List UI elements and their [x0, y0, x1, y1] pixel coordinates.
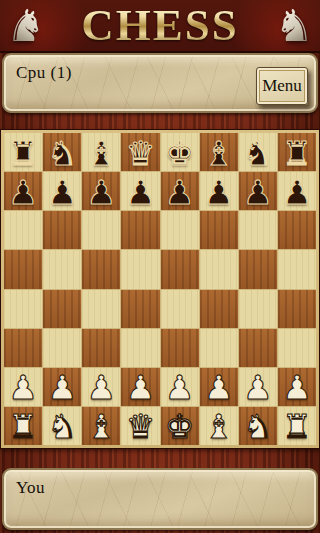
chess-app-screen: ♞ CHESS ♞ Cpu (1) Menu ♜♞♝♛♚♝♞♜♟♟♟♟♟♟♟♟♟…	[0, 0, 320, 533]
square-h1[interactable]: ♜	[278, 407, 316, 445]
black-pawn[interactable]: ♟	[87, 176, 117, 209]
square-f8[interactable]: ♝	[200, 133, 238, 171]
square-a5[interactable]	[4, 250, 42, 288]
black-pawn[interactable]: ♟	[204, 176, 234, 209]
white-queen[interactable]: ♛	[126, 410, 156, 443]
square-e2[interactable]: ♟	[161, 368, 199, 406]
square-a1[interactable]: ♜	[4, 407, 42, 445]
square-c8[interactable]: ♝	[82, 133, 120, 171]
menu-button[interactable]: Menu	[256, 67, 308, 105]
white-rook[interactable]: ♜	[8, 410, 38, 443]
board-grid: ♜♞♝♛♚♝♞♜♟♟♟♟♟♟♟♟♟♟♟♟♟♟♟♟♜♞♝♛♚♝♞♜	[4, 133, 316, 445]
square-d1[interactable]: ♛	[121, 407, 159, 445]
black-pawn[interactable]: ♟	[47, 176, 77, 209]
black-bishop[interactable]: ♝	[87, 137, 117, 170]
opponent-name-label: Cpu (1)	[16, 63, 72, 83]
square-g6[interactable]	[239, 211, 277, 249]
square-d8[interactable]: ♛	[121, 133, 159, 171]
white-knight[interactable]: ♞	[47, 410, 77, 443]
player-name-label: You	[16, 478, 45, 498]
square-g7[interactable]: ♟	[239, 172, 277, 210]
square-g4[interactable]	[239, 290, 277, 328]
black-knight[interactable]: ♞	[243, 137, 273, 170]
square-a6[interactable]	[4, 211, 42, 249]
square-c7[interactable]: ♟	[82, 172, 120, 210]
chess-board: ♜♞♝♛♚♝♞♜♟♟♟♟♟♟♟♟♟♟♟♟♟♟♟♟♜♞♝♛♚♝♞♜	[0, 129, 320, 449]
black-knight[interactable]: ♞	[47, 137, 77, 170]
black-rook[interactable]: ♜	[282, 137, 312, 170]
white-pawn[interactable]: ♟	[243, 371, 273, 404]
square-h7[interactable]: ♟	[278, 172, 316, 210]
white-pawn[interactable]: ♟	[126, 371, 156, 404]
white-pawn[interactable]: ♟	[204, 371, 234, 404]
square-e5[interactable]	[161, 250, 199, 288]
square-c6[interactable]	[82, 211, 120, 249]
black-bishop[interactable]: ♝	[204, 137, 234, 170]
square-a2[interactable]: ♟	[4, 368, 42, 406]
black-pawn[interactable]: ♟	[243, 176, 273, 209]
square-g1[interactable]: ♞	[239, 407, 277, 445]
square-g8[interactable]: ♞	[239, 133, 277, 171]
knight-icon: ♞	[275, 4, 314, 48]
square-f5[interactable]	[200, 250, 238, 288]
square-c1[interactable]: ♝	[82, 407, 120, 445]
square-f1[interactable]: ♝	[200, 407, 238, 445]
square-c2[interactable]: ♟	[82, 368, 120, 406]
square-b4[interactable]	[43, 290, 81, 328]
player-status-bar: You	[2, 468, 318, 530]
square-d3[interactable]	[121, 329, 159, 367]
square-d5[interactable]	[121, 250, 159, 288]
app-title: CHESS	[81, 3, 239, 48]
square-h4[interactable]	[278, 290, 316, 328]
black-pawn[interactable]: ♟	[165, 176, 195, 209]
square-e1[interactable]: ♚	[161, 407, 199, 445]
square-g3[interactable]	[239, 329, 277, 367]
square-e3[interactable]	[161, 329, 199, 367]
square-f7[interactable]: ♟	[200, 172, 238, 210]
square-g2[interactable]: ♟	[239, 368, 277, 406]
white-pawn[interactable]: ♟	[8, 371, 38, 404]
square-b7[interactable]: ♟	[43, 172, 81, 210]
square-a7[interactable]: ♟	[4, 172, 42, 210]
square-b5[interactable]	[43, 250, 81, 288]
square-b1[interactable]: ♞	[43, 407, 81, 445]
black-king[interactable]: ♚	[165, 137, 195, 170]
white-bishop[interactable]: ♝	[204, 410, 234, 443]
square-h2[interactable]: ♟	[278, 368, 316, 406]
square-d6[interactable]	[121, 211, 159, 249]
square-e8[interactable]: ♚	[161, 133, 199, 171]
square-c3[interactable]	[82, 329, 120, 367]
square-e4[interactable]	[161, 290, 199, 328]
square-g5[interactable]	[239, 250, 277, 288]
square-b2[interactable]: ♟	[43, 368, 81, 406]
white-pawn[interactable]: ♟	[165, 371, 195, 404]
black-pawn[interactable]: ♟	[126, 176, 156, 209]
square-f2[interactable]: ♟	[200, 368, 238, 406]
square-d2[interactable]: ♟	[121, 368, 159, 406]
white-king[interactable]: ♚	[165, 410, 195, 443]
square-c5[interactable]	[82, 250, 120, 288]
black-rook[interactable]: ♜	[8, 137, 38, 170]
white-pawn[interactable]: ♟	[282, 371, 312, 404]
square-h5[interactable]	[278, 250, 316, 288]
square-h8[interactable]: ♜	[278, 133, 316, 171]
white-pawn[interactable]: ♟	[87, 371, 117, 404]
white-pawn[interactable]: ♟	[47, 371, 77, 404]
title-banner: ♞ CHESS ♞	[0, 0, 320, 53]
square-h6[interactable]	[278, 211, 316, 249]
square-c4[interactable]	[82, 290, 120, 328]
square-b3[interactable]	[43, 329, 81, 367]
square-b8[interactable]: ♞	[43, 133, 81, 171]
square-a3[interactable]	[4, 329, 42, 367]
square-b6[interactable]	[43, 211, 81, 249]
square-d7[interactable]: ♟	[121, 172, 159, 210]
white-knight[interactable]: ♞	[243, 410, 273, 443]
white-rook[interactable]: ♜	[282, 410, 312, 443]
white-bishop[interactable]: ♝	[87, 410, 117, 443]
square-a4[interactable]	[4, 290, 42, 328]
black-queen[interactable]: ♛	[126, 137, 156, 170]
opponent-status-bar: Cpu (1) Menu	[2, 53, 318, 113]
square-h3[interactable]	[278, 329, 316, 367]
knight-icon: ♞	[6, 4, 45, 48]
square-d4[interactable]	[121, 290, 159, 328]
square-f6[interactable]	[200, 211, 238, 249]
square-e7[interactable]: ♟	[161, 172, 199, 210]
square-e6[interactable]	[161, 211, 199, 249]
square-f4[interactable]	[200, 290, 238, 328]
square-f3[interactable]	[200, 329, 238, 367]
black-pawn[interactable]: ♟	[8, 176, 38, 209]
square-a8[interactable]: ♜	[4, 133, 42, 171]
black-pawn[interactable]: ♟	[282, 176, 312, 209]
